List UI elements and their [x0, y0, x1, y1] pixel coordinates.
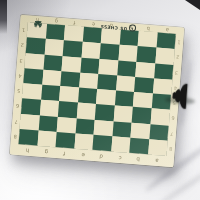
- black-pawn-glyph: ♟: [169, 77, 191, 115]
- square-d8[interactable]: [92, 135, 112, 152]
- square-b7[interactable]: [130, 122, 150, 139]
- square-d6[interactable]: [95, 104, 115, 121]
- file-bottom-label-g: g: [36, 145, 55, 157]
- square-c5[interactable]: [114, 90, 134, 107]
- square-a8[interactable]: [148, 139, 168, 156]
- rank-left-label-2: 2: [18, 37, 27, 53]
- square-e1[interactable]: [82, 27, 102, 44]
- square-e8[interactable]: [74, 133, 94, 150]
- square-f4[interactable]: [60, 71, 80, 88]
- file-top-label-a: a: [157, 26, 176, 34]
- file-bottom-label-a: a: [147, 154, 166, 166]
- rank-left-label-6: 6: [13, 98, 22, 114]
- fallen-black-pawn[interactable]: ♟: [160, 76, 200, 116]
- square-g2[interactable]: [44, 39, 64, 56]
- square-a2[interactable]: [155, 48, 175, 65]
- square-e6[interactable]: [76, 103, 96, 120]
- square-d5[interactable]: [96, 89, 116, 106]
- square-c8[interactable]: [111, 136, 131, 153]
- square-c7[interactable]: [112, 121, 132, 138]
- square-h3[interactable]: [25, 53, 45, 70]
- square-a7[interactable]: [149, 124, 169, 141]
- square-b2[interactable]: [136, 46, 156, 63]
- brand-text: US CHESS: [100, 23, 127, 29]
- rank-left-label-5: 5: [14, 83, 23, 99]
- rank-left-label-8: 8: [11, 128, 20, 144]
- file-bottom-label-b: b: [128, 153, 147, 165]
- square-f6[interactable]: [58, 101, 78, 118]
- square-b4[interactable]: [134, 77, 154, 94]
- square-f2[interactable]: [63, 40, 83, 57]
- square-e2[interactable]: [81, 42, 101, 59]
- square-h6[interactable]: [21, 98, 41, 115]
- square-c3[interactable]: [117, 60, 137, 77]
- square-g5[interactable]: [41, 85, 61, 102]
- square-g1[interactable]: [45, 24, 65, 41]
- square-h7[interactable]: [20, 114, 40, 131]
- us-chess-circle-logo-icon: ♞: [129, 24, 137, 32]
- rank-right-label-8: 8: [166, 140, 175, 156]
- square-e3[interactable]: [80, 57, 100, 74]
- file-top-label-f: f: [65, 18, 84, 26]
- rank-left-label-4: 4: [15, 67, 24, 83]
- file-bottom-label-e: e: [73, 148, 92, 160]
- square-d1[interactable]: [101, 28, 121, 45]
- square-b5[interactable]: [133, 92, 153, 109]
- rank-left-label-7: 7: [12, 113, 21, 129]
- square-b3[interactable]: [135, 62, 155, 79]
- square-d7[interactable]: [94, 119, 114, 136]
- square-f1[interactable]: [64, 25, 84, 42]
- square-e5[interactable]: [78, 88, 98, 105]
- photo-background-edge-top-right: [180, 0, 200, 10]
- rank-right-label-7: 7: [167, 125, 176, 141]
- square-b8[interactable]: [129, 138, 149, 155]
- square-c4[interactable]: [116, 75, 136, 92]
- rank-right-label-2: 2: [173, 49, 182, 65]
- rank-left-label-3: 3: [17, 52, 26, 68]
- square-g6[interactable]: [39, 100, 59, 117]
- square-c6[interactable]: [113, 106, 133, 123]
- square-h4[interactable]: [23, 68, 43, 85]
- square-g4[interactable]: [42, 69, 62, 86]
- chess-board: hgfedcba hgfedcba 12345678 12345678 ♞♞ ♞…: [10, 15, 184, 167]
- square-c2[interactable]: [118, 45, 138, 62]
- square-h5[interactable]: [22, 83, 42, 100]
- board-grid: [19, 22, 176, 155]
- square-g8[interactable]: [37, 130, 57, 147]
- square-f7[interactable]: [57, 117, 77, 134]
- square-c1[interactable]: [119, 30, 139, 47]
- square-d2[interactable]: [100, 43, 120, 60]
- square-a1[interactable]: [156, 33, 176, 50]
- us-chess-knight-emblem: ♞♞: [29, 16, 48, 30]
- square-f5[interactable]: [59, 86, 79, 103]
- file-top-label-g: g: [47, 17, 66, 25]
- square-d4[interactable]: [97, 74, 117, 91]
- square-g3[interactable]: [43, 54, 63, 71]
- square-g7[interactable]: [38, 115, 58, 132]
- photo-background-edge-left: [0, 0, 7, 34]
- square-b6[interactable]: [132, 107, 152, 124]
- square-d3[interactable]: [98, 59, 118, 76]
- square-b1[interactable]: [138, 31, 158, 48]
- square-f8[interactable]: [55, 132, 75, 149]
- square-e4[interactable]: [79, 72, 99, 89]
- rank-right-label-1: 1: [175, 34, 184, 50]
- square-h2[interactable]: [26, 38, 46, 55]
- file-bottom-label-c: c: [110, 151, 129, 163]
- file-bottom-label-f: f: [55, 147, 74, 159]
- file-bottom-label-h: h: [18, 144, 37, 156]
- knight-icon-mirrored: ♞: [32, 19, 38, 28]
- square-h8[interactable]: [19, 129, 39, 146]
- photo-scene: hgfedcba hgfedcba 12345678 12345678 ♞♞ ♞…: [0, 0, 200, 200]
- square-e7[interactable]: [75, 118, 95, 135]
- file-bottom-label-d: d: [92, 150, 111, 162]
- rank-left-label-1: 1: [19, 22, 28, 38]
- square-f3[interactable]: [61, 56, 81, 73]
